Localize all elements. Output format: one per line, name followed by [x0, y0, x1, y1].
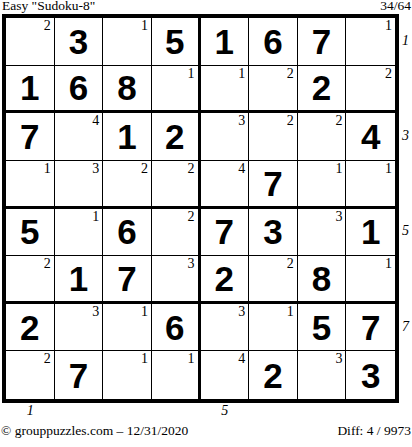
cell-value: 7	[346, 304, 395, 351]
cell-value: 7	[201, 209, 249, 256]
pencil-mark: 1	[141, 18, 148, 34]
pencil-mark: 2	[287, 256, 294, 272]
cell-r7c5[interactable]: 3	[201, 304, 250, 352]
cell-r2c5[interactable]: 1	[201, 66, 250, 114]
cell-r2c4[interactable]: 1	[152, 66, 201, 114]
cell-r3c1[interactable]: 7	[6, 113, 55, 161]
cell-r2c6[interactable]: 2	[249, 66, 298, 114]
cell-r8c4[interactable]: 1	[152, 351, 201, 399]
pencil-mark: 1	[385, 161, 392, 177]
cell-value: 7	[103, 256, 151, 301]
pencil-mark: 2	[335, 113, 342, 129]
footer-difficulty: Diff: 4 / 9973	[337, 423, 411, 439]
cell-value: 7	[6, 113, 54, 160]
col-label-5: 5	[215, 403, 235, 419]
cell-r8c8[interactable]: 3	[346, 351, 395, 399]
row-label-5: 5	[402, 223, 412, 239]
cell-value: 3	[346, 351, 395, 399]
cell-value: 2	[201, 256, 249, 301]
pencil-mark: 4	[238, 161, 245, 177]
cell-value: 6	[152, 304, 198, 351]
pencil-mark: 1	[287, 304, 294, 320]
pencil-mark: 1	[141, 351, 148, 367]
pencil-mark: 2	[44, 18, 51, 34]
cell-value: 5	[6, 209, 54, 256]
pencil-mark: 2	[141, 161, 148, 177]
cell-value: 1	[55, 256, 103, 301]
cell-r2c8[interactable]: 2	[346, 66, 395, 114]
cell-r1c1[interactable]: 2	[6, 18, 55, 66]
page-title: Easy "Sudoku-8"	[2, 0, 95, 14]
cell-value: 3	[249, 209, 297, 256]
cell-r6c4[interactable]: 3	[152, 256, 201, 304]
cell-r6c3[interactable]: 7	[103, 256, 152, 304]
cell-r4c5[interactable]: 4	[201, 161, 250, 209]
pencil-mark: 3	[238, 304, 245, 320]
cell-r3c7[interactable]: 2	[298, 113, 347, 161]
cell-value: 8	[298, 256, 346, 301]
pencil-mark: 1	[188, 66, 195, 82]
cell-r8c2[interactable]: 7	[55, 351, 104, 399]
cell-r8c1[interactable]: 2	[6, 351, 55, 399]
cell-r2c1[interactable]: 1	[6, 66, 55, 114]
cell-r3c5[interactable]: 3	[201, 113, 250, 161]
cell-r6c2[interactable]: 1	[55, 256, 104, 304]
pencil-mark: 3	[238, 113, 245, 129]
pencil-mark: 2	[287, 113, 294, 129]
cell-value: 3	[55, 18, 103, 65]
sudoku-board: 2315167116811222741232241322471151627331…	[2, 14, 399, 403]
cell-value: 6	[249, 18, 297, 65]
cell-r1c7[interactable]: 7	[298, 18, 347, 66]
cell-r7c3[interactable]: 1	[103, 304, 152, 352]
cell-value: 7	[298, 18, 346, 65]
pencil-mark: 3	[92, 304, 99, 320]
pencil-mark: 2	[44, 256, 51, 272]
pencil-mark: 1	[238, 66, 245, 82]
col-label-1: 1	[20, 403, 40, 419]
cell-r5c2[interactable]: 1	[55, 209, 104, 257]
cell-r8c7[interactable]: 3	[298, 351, 347, 399]
cell-r4c8[interactable]: 1	[346, 161, 395, 209]
cell-value: 2	[6, 304, 54, 351]
cell-r4c2[interactable]: 3	[55, 161, 104, 209]
row-label-1: 1	[402, 33, 412, 49]
cell-r7c8[interactable]: 7	[346, 304, 395, 352]
pencil-mark: 2	[287, 66, 294, 82]
cell-r8c3[interactable]: 1	[103, 351, 152, 399]
cell-r5c5[interactable]: 7	[201, 209, 250, 257]
cell-r4c1[interactable]: 1	[6, 161, 55, 209]
cell-r5c3[interactable]: 6	[103, 209, 152, 257]
cell-value: 2	[249, 351, 297, 399]
pencil-mark: 2	[188, 209, 195, 225]
cell-r5c8[interactable]: 1	[346, 209, 395, 257]
cell-value: 2	[298, 66, 346, 111]
cell-r5c7[interactable]: 3	[298, 209, 347, 257]
cell-r4c7[interactable]: 1	[298, 161, 347, 209]
pencil-mark: 1	[92, 209, 99, 225]
pencil-mark: 2	[188, 161, 195, 177]
cell-value: 2	[152, 113, 198, 160]
cell-r1c3[interactable]: 1	[103, 18, 152, 66]
cell-r7c6[interactable]: 1	[249, 304, 298, 352]
cell-r1c4[interactable]: 5	[152, 18, 201, 66]
pencil-mark: 1	[141, 304, 148, 320]
cell-r7c4[interactable]: 6	[152, 304, 201, 352]
cell-value: 1	[201, 18, 249, 65]
pencil-mark: 2	[44, 351, 51, 367]
pencil-mark: 3	[335, 209, 342, 225]
puzzle-counter: 34/64	[380, 0, 411, 14]
cell-r6c8[interactable]: 1	[346, 256, 395, 304]
cell-r8c6[interactable]: 2	[249, 351, 298, 399]
pencil-mark: 4	[92, 113, 99, 129]
cell-r1c8[interactable]: 1	[346, 18, 395, 66]
cell-r3c2[interactable]: 4	[55, 113, 104, 161]
cell-value: 6	[103, 209, 151, 256]
cell-value: 8	[103, 66, 151, 111]
cell-r5c1[interactable]: 5	[6, 209, 55, 257]
cell-r6c5[interactable]: 2	[201, 256, 250, 304]
cell-value: 4	[346, 113, 395, 160]
cell-value: 6	[55, 66, 103, 111]
pencil-mark: 1	[44, 161, 51, 177]
cell-r3c6[interactable]: 2	[249, 113, 298, 161]
cell-value: 1	[103, 113, 151, 160]
cell-r4c4[interactable]: 2	[152, 161, 201, 209]
cell-r1c5[interactable]: 1	[201, 18, 250, 66]
cell-r8c5[interactable]: 4	[201, 351, 250, 399]
pencil-mark: 1	[385, 256, 392, 272]
cell-value: 5	[152, 18, 198, 65]
cell-r7c2[interactable]: 3	[55, 304, 104, 352]
footer-copyright: © grouppuzzles.com – 12/31/2020	[1, 423, 188, 439]
cell-value: 5	[298, 304, 346, 351]
cell-r3c3[interactable]: 1	[103, 113, 152, 161]
pencil-mark: 4	[238, 351, 245, 367]
cell-value: 7	[249, 161, 297, 206]
cell-r6c7[interactable]: 8	[298, 256, 347, 304]
pencil-mark: 3	[92, 161, 99, 177]
cell-r2c3[interactable]: 8	[103, 66, 152, 114]
pencil-mark: 1	[385, 18, 392, 34]
cell-r7c1[interactable]: 2	[6, 304, 55, 352]
pencil-mark: 3	[188, 256, 195, 272]
cell-r6c6[interactable]: 2	[249, 256, 298, 304]
cell-r2c2[interactable]: 6	[55, 66, 104, 114]
pencil-mark: 3	[335, 351, 342, 367]
cell-value: 1	[6, 66, 54, 111]
cell-r7c7[interactable]: 5	[298, 304, 347, 352]
cell-value: 7	[55, 351, 103, 399]
cell-r4c3[interactable]: 2	[103, 161, 152, 209]
pencil-mark: 1	[188, 351, 195, 367]
cell-r2c7[interactable]: 2	[298, 66, 347, 114]
cell-r5c4[interactable]: 2	[152, 209, 201, 257]
cell-r3c8[interactable]: 4	[346, 113, 395, 161]
cell-r4c6[interactable]: 7	[249, 161, 298, 209]
pencil-mark: 1	[335, 161, 342, 177]
cell-value: 1	[346, 209, 395, 256]
cell-r6c1[interactable]: 2	[6, 256, 55, 304]
cell-r3c4[interactable]: 2	[152, 113, 201, 161]
row-label-7: 7	[402, 319, 412, 335]
cell-r1c2[interactable]: 3	[55, 18, 104, 66]
cell-r5c6[interactable]: 3	[249, 209, 298, 257]
pencil-mark: 2	[385, 66, 392, 82]
row-label-3: 3	[402, 128, 412, 144]
cell-r1c6[interactable]: 6	[249, 18, 298, 66]
